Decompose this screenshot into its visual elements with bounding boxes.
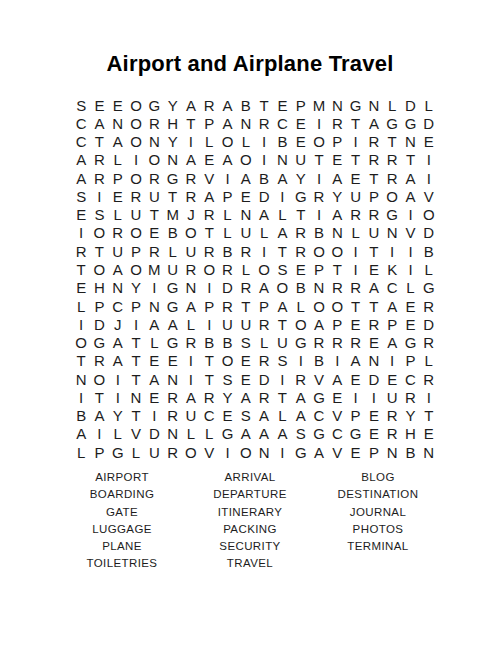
- grid-cell-r5c15[interactable]: A: [328, 169, 346, 187]
- grid-cell-r7c16[interactable]: R: [346, 206, 364, 224]
- grid-cell-r4c14[interactable]: T: [310, 151, 328, 169]
- grid-cell-r3c18[interactable]: T: [383, 133, 401, 151]
- grid-cell-r12c2[interactable]: P: [90, 297, 108, 315]
- grid-cell-r6c12[interactable]: I: [273, 187, 291, 205]
- grid-cell-r14c17[interactable]: E: [365, 333, 383, 351]
- grid-cell-r12c13[interactable]: L: [292, 297, 310, 315]
- grid-cell-r12c6[interactable]: G: [163, 297, 181, 315]
- grid-cell-r10c9[interactable]: R: [218, 260, 236, 278]
- grid-cell-r2c20[interactable]: D: [420, 114, 438, 132]
- grid-cell-r6c11[interactable]: D: [255, 187, 273, 205]
- grid-cell-r10c16[interactable]: I: [346, 260, 364, 278]
- grid-cell-r4c6[interactable]: N: [163, 151, 181, 169]
- grid-cell-r2c9[interactable]: A: [218, 114, 236, 132]
- grid-cell-r6c19[interactable]: A: [401, 187, 419, 205]
- grid-cell-r17c9[interactable]: Y: [218, 388, 236, 406]
- grid-cell-r18c2[interactable]: A: [90, 407, 108, 425]
- grid-cell-r9c8[interactable]: R: [200, 242, 218, 260]
- grid-cell-r6c2[interactable]: I: [90, 187, 108, 205]
- grid-cell-r7c8[interactable]: R: [200, 206, 218, 224]
- grid-cell-r15c4[interactable]: T: [127, 352, 145, 370]
- grid-cell-r10c20[interactable]: L: [420, 260, 438, 278]
- grid-cell-r17c17[interactable]: I: [365, 388, 383, 406]
- grid-cell-r11c7[interactable]: N: [182, 279, 200, 297]
- grid-cell-r18c12[interactable]: L: [273, 407, 291, 425]
- grid-cell-r13c16[interactable]: E: [346, 315, 364, 333]
- grid-cell-r9c9[interactable]: B: [218, 242, 236, 260]
- grid-cell-r16c20[interactable]: R: [420, 370, 438, 388]
- grid-cell-r9c20[interactable]: B: [420, 242, 438, 260]
- grid-cell-r2c16[interactable]: T: [346, 114, 364, 132]
- grid-cell-r13c20[interactable]: D: [420, 315, 438, 333]
- grid-cell-r17c10[interactable]: A: [237, 388, 255, 406]
- grid-cell-r13c17[interactable]: R: [365, 315, 383, 333]
- grid-cell-r13c6[interactable]: A: [163, 315, 181, 333]
- grid-cell-r13c8[interactable]: I: [200, 315, 218, 333]
- grid-cell-r2c5[interactable]: R: [145, 114, 163, 132]
- grid-cell-r4c9[interactable]: A: [218, 151, 236, 169]
- grid-cell-r4c20[interactable]: I: [420, 151, 438, 169]
- grid-cell-r3c4[interactable]: O: [127, 133, 145, 151]
- grid-cell-r19c1[interactable]: A: [72, 425, 90, 443]
- grid-cell-r16c5[interactable]: A: [145, 370, 163, 388]
- grid-cell-r1c9[interactable]: A: [218, 96, 236, 114]
- grid-cell-r8c3[interactable]: R: [109, 224, 127, 242]
- grid-cell-r15c17[interactable]: N: [365, 352, 383, 370]
- grid-cell-r6c9[interactable]: P: [218, 187, 236, 205]
- grid-cell-r20c13[interactable]: G: [292, 443, 310, 461]
- grid-cell-r8c12[interactable]: A: [273, 224, 291, 242]
- grid-cell-r19c11[interactable]: A: [255, 425, 273, 443]
- grid-cell-r8c11[interactable]: L: [255, 224, 273, 242]
- grid-cell-r1c4[interactable]: O: [127, 96, 145, 114]
- grid-cell-r15c5[interactable]: E: [145, 352, 163, 370]
- grid-cell-r12c4[interactable]: P: [127, 297, 145, 315]
- grid-cell-r13c13[interactable]: O: [292, 315, 310, 333]
- grid-cell-r10c19[interactable]: I: [401, 260, 419, 278]
- grid-cell-r3c6[interactable]: Y: [163, 133, 181, 151]
- grid-cell-r8c16[interactable]: L: [346, 224, 364, 242]
- grid-cell-r2c1[interactable]: C: [72, 114, 90, 132]
- grid-cell-r11c19[interactable]: L: [401, 279, 419, 297]
- grid-cell-r13c14[interactable]: A: [310, 315, 328, 333]
- grid-cell-r11c17[interactable]: A: [365, 279, 383, 297]
- grid-cell-r10c15[interactable]: T: [328, 260, 346, 278]
- grid-cell-r4c10[interactable]: O: [237, 151, 255, 169]
- grid-cell-r12c7[interactable]: A: [182, 297, 200, 315]
- grid-cell-r13c18[interactable]: P: [383, 315, 401, 333]
- grid-cell-r5c13[interactable]: Y: [292, 169, 310, 187]
- grid-cell-r7c2[interactable]: S: [90, 206, 108, 224]
- grid-cell-r3c5[interactable]: N: [145, 133, 163, 151]
- grid-cell-r16c10[interactable]: E: [237, 370, 255, 388]
- grid-cell-r2c11[interactable]: R: [255, 114, 273, 132]
- grid-cell-r1c11[interactable]: T: [255, 96, 273, 114]
- grid-cell-r9c7[interactable]: U: [182, 242, 200, 260]
- grid-cell-r13c9[interactable]: U: [218, 315, 236, 333]
- grid-cell-r1c14[interactable]: M: [310, 96, 328, 114]
- grid-cell-r16c12[interactable]: I: [273, 370, 291, 388]
- grid-cell-r6c7[interactable]: R: [182, 187, 200, 205]
- grid-cell-r20c6[interactable]: R: [163, 443, 181, 461]
- grid-cell-r8c10[interactable]: U: [237, 224, 255, 242]
- grid-cell-r16c6[interactable]: N: [163, 370, 181, 388]
- grid-cell-r11c18[interactable]: C: [383, 279, 401, 297]
- grid-cell-r17c15[interactable]: E: [328, 388, 346, 406]
- grid-cell-r7c7[interactable]: J: [182, 206, 200, 224]
- grid-cell-r11c8[interactable]: I: [200, 279, 218, 297]
- grid-cell-r19c19[interactable]: H: [401, 425, 419, 443]
- grid-cell-r18c11[interactable]: A: [255, 407, 273, 425]
- grid-cell-r3c19[interactable]: N: [401, 133, 419, 151]
- grid-cell-r5c7[interactable]: R: [182, 169, 200, 187]
- grid-cell-r20c15[interactable]: V: [328, 443, 346, 461]
- grid-cell-r16c15[interactable]: A: [328, 370, 346, 388]
- grid-cell-r14c11[interactable]: L: [255, 333, 273, 351]
- grid-cell-r14c14[interactable]: R: [310, 333, 328, 351]
- grid-cell-r1c20[interactable]: L: [420, 96, 438, 114]
- grid-cell-r6c4[interactable]: R: [127, 187, 145, 205]
- grid-cell-r16c3[interactable]: I: [109, 370, 127, 388]
- grid-cell-r4c19[interactable]: T: [401, 151, 419, 169]
- grid-cell-r6c15[interactable]: Y: [328, 187, 346, 205]
- grid-cell-r5c20[interactable]: I: [420, 169, 438, 187]
- grid-cell-r17c7[interactable]: A: [182, 388, 200, 406]
- grid-cell-r7c14[interactable]: I: [310, 206, 328, 224]
- grid-cell-r9c6[interactable]: L: [163, 242, 181, 260]
- grid-cell-r2c8[interactable]: P: [200, 114, 218, 132]
- grid-cell-r20c1[interactable]: L: [72, 443, 90, 461]
- grid-cell-r2c10[interactable]: N: [237, 114, 255, 132]
- grid-cell-r15c13[interactable]: I: [292, 352, 310, 370]
- grid-cell-r9c13[interactable]: R: [292, 242, 310, 260]
- grid-cell-r11c1[interactable]: E: [72, 279, 90, 297]
- grid-cell-r19c18[interactable]: R: [383, 425, 401, 443]
- grid-cell-r15c10[interactable]: E: [237, 352, 255, 370]
- grid-cell-r15c2[interactable]: R: [90, 352, 108, 370]
- grid-cell-r6c5[interactable]: U: [145, 187, 163, 205]
- grid-cell-r14c16[interactable]: R: [346, 333, 364, 351]
- grid-cell-r17c19[interactable]: R: [401, 388, 419, 406]
- grid-cell-r19c3[interactable]: L: [109, 425, 127, 443]
- grid-cell-r9c12[interactable]: T: [273, 242, 291, 260]
- grid-cell-r20c10[interactable]: O: [237, 443, 255, 461]
- grid-cell-r14c12[interactable]: U: [273, 333, 291, 351]
- grid-cell-r20c17[interactable]: P: [365, 443, 383, 461]
- grid-cell-r2c12[interactable]: C: [273, 114, 291, 132]
- grid-cell-r12c11[interactable]: P: [255, 297, 273, 315]
- grid-cell-r16c11[interactable]: D: [255, 370, 273, 388]
- grid-cell-r8c4[interactable]: O: [127, 224, 145, 242]
- grid-cell-r18c19[interactable]: Y: [401, 407, 419, 425]
- grid-cell-r18c9[interactable]: E: [218, 407, 236, 425]
- grid-cell-r13c10[interactable]: U: [237, 315, 255, 333]
- grid-cell-r1c2[interactable]: E: [90, 96, 108, 114]
- grid-cell-r4c18[interactable]: R: [383, 151, 401, 169]
- grid-cell-r8c14[interactable]: B: [310, 224, 328, 242]
- grid-cell-r11c15[interactable]: R: [328, 279, 346, 297]
- grid-cell-r16c17[interactable]: D: [365, 370, 383, 388]
- grid-cell-r8c6[interactable]: B: [163, 224, 181, 242]
- grid-cell-r18c4[interactable]: T: [127, 407, 145, 425]
- grid-cell-r19c15[interactable]: C: [328, 425, 346, 443]
- grid-cell-r14c6[interactable]: G: [163, 333, 181, 351]
- grid-cell-r10c10[interactable]: L: [237, 260, 255, 278]
- grid-cell-r7c5[interactable]: T: [145, 206, 163, 224]
- grid-cell-r3c3[interactable]: A: [109, 133, 127, 151]
- grid-cell-r13c3[interactable]: J: [109, 315, 127, 333]
- grid-cell-r18c20[interactable]: T: [420, 407, 438, 425]
- grid-cell-r13c12[interactable]: T: [273, 315, 291, 333]
- grid-cell-r11c13[interactable]: B: [292, 279, 310, 297]
- grid-cell-r1c18[interactable]: L: [383, 96, 401, 114]
- grid-cell-r8c9[interactable]: L: [218, 224, 236, 242]
- grid-cell-r18c1[interactable]: B: [72, 407, 90, 425]
- grid-cell-r7c1[interactable]: E: [72, 206, 90, 224]
- grid-cell-r5c9[interactable]: I: [218, 169, 236, 187]
- grid-cell-r5c16[interactable]: E: [346, 169, 364, 187]
- grid-cell-r18c16[interactable]: P: [346, 407, 364, 425]
- grid-cell-r9c2[interactable]: T: [90, 242, 108, 260]
- grid-cell-r10c4[interactable]: O: [127, 260, 145, 278]
- grid-cell-r17c11[interactable]: R: [255, 388, 273, 406]
- grid-cell-r15c19[interactable]: P: [401, 352, 419, 370]
- grid-cell-r20c19[interactable]: B: [401, 443, 419, 461]
- grid-cell-r6c13[interactable]: G: [292, 187, 310, 205]
- grid-cell-r9c1[interactable]: R: [72, 242, 90, 260]
- grid-cell-r2c4[interactable]: O: [127, 114, 145, 132]
- grid-cell-r11c14[interactable]: N: [310, 279, 328, 297]
- grid-cell-r9c14[interactable]: O: [310, 242, 328, 260]
- grid-cell-r11c5[interactable]: I: [145, 279, 163, 297]
- grid-cell-r9c11[interactable]: I: [255, 242, 273, 260]
- grid-cell-r18c13[interactable]: A: [292, 407, 310, 425]
- grid-cell-r13c2[interactable]: D: [90, 315, 108, 333]
- grid-cell-r20c18[interactable]: N: [383, 443, 401, 461]
- grid-cell-r2c18[interactable]: G: [383, 114, 401, 132]
- grid-cell-r18c14[interactable]: C: [310, 407, 328, 425]
- grid-cell-r17c3[interactable]: I: [109, 388, 127, 406]
- grid-cell-r13c4[interactable]: I: [127, 315, 145, 333]
- grid-cell-r2c7[interactable]: T: [182, 114, 200, 132]
- grid-cell-r10c8[interactable]: O: [200, 260, 218, 278]
- grid-cell-r9c18[interactable]: I: [383, 242, 401, 260]
- grid-cell-r11c2[interactable]: H: [90, 279, 108, 297]
- grid-cell-r3c13[interactable]: E: [292, 133, 310, 151]
- grid-cell-r7c15[interactable]: A: [328, 206, 346, 224]
- grid-cell-r2c3[interactable]: N: [109, 114, 127, 132]
- grid-cell-r17c16[interactable]: I: [346, 388, 364, 406]
- grid-cell-r20c11[interactable]: N: [255, 443, 273, 461]
- grid-cell-r1c16[interactable]: G: [346, 96, 364, 114]
- grid-cell-r19c13[interactable]: S: [292, 425, 310, 443]
- grid-cell-r4c12[interactable]: N: [273, 151, 291, 169]
- grid-cell-r15c7[interactable]: I: [182, 352, 200, 370]
- grid-cell-r1c12[interactable]: E: [273, 96, 291, 114]
- grid-cell-r9c17[interactable]: T: [365, 242, 383, 260]
- grid-cell-r18c10[interactable]: S: [237, 407, 255, 425]
- grid-cell-r6c10[interactable]: E: [237, 187, 255, 205]
- grid-cell-r11c6[interactable]: G: [163, 279, 181, 297]
- grid-cell-r3c11[interactable]: I: [255, 133, 273, 151]
- grid-cell-r5c8[interactable]: V: [200, 169, 218, 187]
- grid-cell-r11c11[interactable]: A: [255, 279, 273, 297]
- grid-cell-r13c7[interactable]: L: [182, 315, 200, 333]
- grid-cell-r13c1[interactable]: I: [72, 315, 90, 333]
- grid-cell-r18c7[interactable]: U: [182, 407, 200, 425]
- grid-cell-r14c8[interactable]: B: [200, 333, 218, 351]
- grid-cell-r5c2[interactable]: R: [90, 169, 108, 187]
- grid-cell-r19c9[interactable]: G: [218, 425, 236, 443]
- grid-cell-r6c14[interactable]: R: [310, 187, 328, 205]
- grid-cell-r10c17[interactable]: E: [365, 260, 383, 278]
- grid-cell-r8c17[interactable]: U: [365, 224, 383, 242]
- grid-cell-r19c5[interactable]: D: [145, 425, 163, 443]
- grid-cell-r3c9[interactable]: O: [218, 133, 236, 151]
- grid-cell-r16c2[interactable]: O: [90, 370, 108, 388]
- grid-cell-r16c13[interactable]: R: [292, 370, 310, 388]
- grid-cell-r12c12[interactable]: A: [273, 297, 291, 315]
- grid-cell-r12c15[interactable]: O: [328, 297, 346, 315]
- grid-cell-r10c11[interactable]: O: [255, 260, 273, 278]
- grid-cell-r4c5[interactable]: O: [145, 151, 163, 169]
- grid-cell-r20c16[interactable]: E: [346, 443, 364, 461]
- grid-cell-r9c4[interactable]: P: [127, 242, 145, 260]
- grid-cell-r2c17[interactable]: A: [365, 114, 383, 132]
- grid-cell-r5c5[interactable]: R: [145, 169, 163, 187]
- grid-cell-r1c3[interactable]: E: [109, 96, 127, 114]
- grid-cell-r7c13[interactable]: T: [292, 206, 310, 224]
- grid-cell-r12c19[interactable]: E: [401, 297, 419, 315]
- grid-cell-r14c20[interactable]: R: [420, 333, 438, 351]
- grid-cell-r4c13[interactable]: U: [292, 151, 310, 169]
- grid-cell-r19c10[interactable]: A: [237, 425, 255, 443]
- grid-cell-r19c4[interactable]: V: [127, 425, 145, 443]
- grid-cell-r20c20[interactable]: N: [420, 443, 438, 461]
- grid-cell-r16c9[interactable]: S: [218, 370, 236, 388]
- grid-cell-r7c11[interactable]: A: [255, 206, 273, 224]
- grid-cell-r5c3[interactable]: P: [109, 169, 127, 187]
- grid-cell-r8c2[interactable]: O: [90, 224, 108, 242]
- grid-cell-r12c17[interactable]: T: [365, 297, 383, 315]
- grid-cell-r12c3[interactable]: C: [109, 297, 127, 315]
- grid-cell-r6c6[interactable]: T: [163, 187, 181, 205]
- grid-cell-r1c7[interactable]: A: [182, 96, 200, 114]
- grid-cell-r20c8[interactable]: V: [200, 443, 218, 461]
- grid-cell-r3c12[interactable]: B: [273, 133, 291, 151]
- grid-cell-r20c3[interactable]: G: [109, 443, 127, 461]
- grid-cell-r12c18[interactable]: A: [383, 297, 401, 315]
- grid-cell-r5c12[interactable]: A: [273, 169, 291, 187]
- grid-cell-r15c15[interactable]: I: [328, 352, 346, 370]
- grid-cell-r15c12[interactable]: S: [273, 352, 291, 370]
- grid-cell-r3c10[interactable]: L: [237, 133, 255, 151]
- grid-cell-r15c1[interactable]: T: [72, 352, 90, 370]
- grid-cell-r19c16[interactable]: G: [346, 425, 364, 443]
- grid-cell-r12c8[interactable]: P: [200, 297, 218, 315]
- grid-cell-r12c1[interactable]: L: [72, 297, 90, 315]
- grid-cell-r17c14[interactable]: G: [310, 388, 328, 406]
- grid-cell-r16c7[interactable]: I: [182, 370, 200, 388]
- grid-cell-r8c18[interactable]: N: [383, 224, 401, 242]
- grid-cell-r16c1[interactable]: N: [72, 370, 90, 388]
- grid-cell-r14c2[interactable]: G: [90, 333, 108, 351]
- grid-cell-r13c19[interactable]: E: [401, 315, 419, 333]
- grid-cell-r15c16[interactable]: A: [346, 352, 364, 370]
- grid-cell-r3c15[interactable]: P: [328, 133, 346, 151]
- grid-cell-r6c17[interactable]: P: [365, 187, 383, 205]
- grid-cell-r8c5[interactable]: E: [145, 224, 163, 242]
- grid-cell-r4c4[interactable]: I: [127, 151, 145, 169]
- grid-cell-r7c17[interactable]: R: [365, 206, 383, 224]
- grid-cell-r14c10[interactable]: S: [237, 333, 255, 351]
- grid-cell-r15c3[interactable]: A: [109, 352, 127, 370]
- grid-cell-r18c15[interactable]: V: [328, 407, 346, 425]
- grid-cell-r3c1[interactable]: C: [72, 133, 90, 151]
- grid-cell-r11c16[interactable]: R: [346, 279, 364, 297]
- grid-cell-r9c10[interactable]: R: [237, 242, 255, 260]
- grid-cell-r14c18[interactable]: A: [383, 333, 401, 351]
- grid-cell-r15c20[interactable]: L: [420, 352, 438, 370]
- grid-cell-r6c3[interactable]: E: [109, 187, 127, 205]
- grid-cell-r16c4[interactable]: T: [127, 370, 145, 388]
- grid-cell-r4c15[interactable]: E: [328, 151, 346, 169]
- grid-cell-r13c5[interactable]: A: [145, 315, 163, 333]
- grid-cell-r8c20[interactable]: D: [420, 224, 438, 242]
- grid-cell-r10c12[interactable]: S: [273, 260, 291, 278]
- grid-cell-r5c14[interactable]: I: [310, 169, 328, 187]
- grid-cell-r14c3[interactable]: A: [109, 333, 127, 351]
- grid-cell-r15c11[interactable]: R: [255, 352, 273, 370]
- grid-cell-r17c4[interactable]: N: [127, 388, 145, 406]
- grid-cell-r8c19[interactable]: V: [401, 224, 419, 242]
- grid-cell-r8c13[interactable]: R: [292, 224, 310, 242]
- grid-cell-r16c8[interactable]: T: [200, 370, 218, 388]
- grid-cell-r3c8[interactable]: L: [200, 133, 218, 151]
- grid-cell-r7c10[interactable]: N: [237, 206, 255, 224]
- grid-cell-r20c9[interactable]: I: [218, 443, 236, 461]
- grid-cell-r20c5[interactable]: U: [145, 443, 163, 461]
- grid-cell-r19c8[interactable]: L: [200, 425, 218, 443]
- grid-cell-r7c19[interactable]: I: [401, 206, 419, 224]
- grid-cell-r11c10[interactable]: R: [237, 279, 255, 297]
- grid-cell-r14c19[interactable]: G: [401, 333, 419, 351]
- grid-cell-r19c17[interactable]: E: [365, 425, 383, 443]
- grid-cell-r4c7[interactable]: A: [182, 151, 200, 169]
- grid-cell-r12c20[interactable]: R: [420, 297, 438, 315]
- grid-cell-r9c16[interactable]: I: [346, 242, 364, 260]
- grid-cell-r18c6[interactable]: R: [163, 407, 181, 425]
- grid-cell-r4c8[interactable]: E: [200, 151, 218, 169]
- grid-cell-r10c14[interactable]: P: [310, 260, 328, 278]
- grid-cell-r2c2[interactable]: A: [90, 114, 108, 132]
- grid-cell-r1c15[interactable]: N: [328, 96, 346, 114]
- grid-cell-r8c15[interactable]: N: [328, 224, 346, 242]
- grid-cell-r15c18[interactable]: I: [383, 352, 401, 370]
- grid-cell-r3c17[interactable]: R: [365, 133, 383, 151]
- grid-cell-r19c2[interactable]: I: [90, 425, 108, 443]
- grid-cell-r4c16[interactable]: T: [346, 151, 364, 169]
- grid-cell-r6c1[interactable]: S: [72, 187, 90, 205]
- grid-cell-r7c4[interactable]: U: [127, 206, 145, 224]
- grid-cell-r18c3[interactable]: Y: [109, 407, 127, 425]
- grid-cell-r8c7[interactable]: O: [182, 224, 200, 242]
- grid-cell-r18c5[interactable]: I: [145, 407, 163, 425]
- grid-cell-r12c9[interactable]: R: [218, 297, 236, 315]
- grid-cell-r14c15[interactable]: R: [328, 333, 346, 351]
- grid-cell-r3c2[interactable]: T: [90, 133, 108, 151]
- grid-cell-r5c4[interactable]: O: [127, 169, 145, 187]
